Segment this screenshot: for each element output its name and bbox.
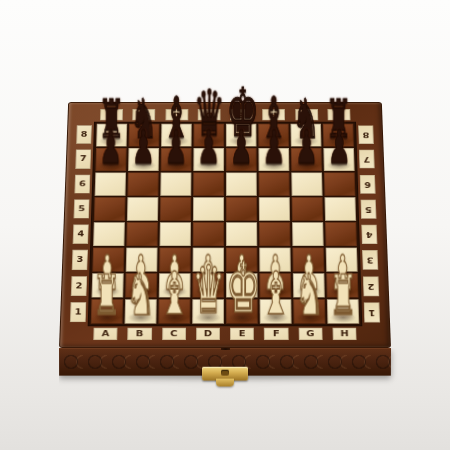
piece-white-king[interactable]: ♚	[226, 253, 258, 323]
coords-bottom: ABCDEFGH	[88, 326, 362, 342]
coord-rank-5: 5	[360, 199, 376, 218]
square-d1[interactable]: ♛	[192, 299, 224, 324]
coord-file-b: B	[127, 328, 151, 340]
piece-black-pawn[interactable]: ♟	[324, 124, 355, 171]
square-e1[interactable]: ♚	[226, 299, 258, 324]
latch-slot	[221, 343, 230, 350]
square-e6[interactable]	[226, 173, 257, 196]
square-b5[interactable]	[127, 197, 158, 221]
coord-rank-7: 7	[75, 150, 91, 169]
coord-file-a: A	[93, 328, 118, 340]
coord-rank-8: 8	[358, 125, 374, 144]
coord-rank-7: 7	[359, 150, 375, 169]
square-g7[interactable]: ♟	[291, 148, 322, 171]
piece-white-bishop[interactable]: ♝	[260, 264, 292, 323]
coord-rank-6: 6	[74, 174, 90, 193]
coord-rank-1: 1	[70, 302, 87, 322]
square-d7[interactable]: ♟	[193, 148, 224, 171]
coord-file-f: F	[264, 328, 288, 340]
square-b6[interactable]	[127, 173, 158, 196]
square-f6[interactable]	[259, 173, 290, 196]
square-e7[interactable]: ♟	[226, 148, 257, 171]
piece-black-pawn[interactable]: ♟	[161, 124, 192, 171]
square-a5[interactable]	[94, 197, 126, 221]
coord-rank-1: 1	[364, 302, 381, 322]
square-f1[interactable]: ♝	[260, 299, 292, 324]
photo-scene: ABCDEFGH ABCDEFGH 87654321 87654321 ♜♞♝♛…	[0, 0, 450, 450]
chess-board: ♜♞♝♛♚♝♞♜♟♟♟♟♟♟♟♟♟♟♟♟♟♟♟♟♜♞♝♛♚♝♞♜	[88, 122, 363, 326]
box-front-edge	[59, 348, 391, 376]
square-g4[interactable]	[292, 222, 324, 246]
square-e4[interactable]	[226, 222, 257, 246]
square-h1[interactable]: ♜	[327, 299, 359, 324]
square-h7[interactable]: ♟	[323, 148, 354, 171]
piece-black-pawn[interactable]: ♟	[291, 124, 322, 171]
square-c1[interactable]: ♝	[158, 299, 190, 324]
square-a1[interactable]: ♜	[91, 299, 123, 324]
square-h5[interactable]	[325, 197, 357, 221]
clasp-tab	[216, 379, 234, 387]
square-f4[interactable]	[259, 222, 290, 246]
square-c4[interactable]	[160, 222, 191, 246]
chess-box: ABCDEFGH ABCDEFGH 87654321 87654321 ♜♞♝♛…	[59, 102, 391, 348]
square-d5[interactable]	[193, 197, 224, 221]
square-c7[interactable]: ♟	[161, 148, 192, 171]
square-e5[interactable]	[226, 197, 257, 221]
piece-black-pawn[interactable]: ♟	[128, 124, 159, 171]
square-a7[interactable]: ♟	[95, 148, 126, 171]
square-b7[interactable]: ♟	[128, 148, 159, 171]
clasp-pin	[221, 370, 229, 376]
coord-file-g: G	[298, 328, 322, 340]
square-a6[interactable]	[95, 173, 126, 196]
square-b4[interactable]	[126, 222, 158, 246]
piece-black-pawn[interactable]: ♟	[226, 124, 257, 171]
coord-rank-3: 3	[362, 250, 378, 270]
square-h4[interactable]	[325, 222, 357, 246]
coord-rank-6: 6	[360, 174, 376, 193]
square-h6[interactable]	[324, 173, 355, 196]
board-top-face: ABCDEFGH ABCDEFGH 87654321 87654321 ♜♞♝♛…	[59, 102, 391, 348]
coord-rank-8: 8	[76, 125, 92, 144]
piece-black-pawn[interactable]: ♟	[95, 124, 126, 171]
coord-rank-2: 2	[71, 276, 87, 296]
perspective-wrapper: ABCDEFGH ABCDEFGH 87654321 87654321 ♜♞♝♛…	[59, 16, 391, 348]
coord-rank-4: 4	[361, 225, 377, 245]
piece-black-pawn[interactable]: ♟	[259, 124, 290, 171]
square-a4[interactable]	[93, 222, 125, 246]
square-g6[interactable]	[291, 173, 322, 196]
square-c6[interactable]	[160, 173, 191, 196]
piece-white-queen[interactable]: ♛	[192, 257, 224, 323]
piece-white-rook[interactable]: ♜	[91, 268, 123, 323]
coord-rank-4: 4	[73, 225, 89, 245]
coord-file-d: D	[196, 328, 220, 340]
coord-file-h: H	[332, 328, 357, 340]
coord-rank-5: 5	[74, 199, 90, 218]
square-g1[interactable]: ♞	[293, 299, 325, 324]
piece-white-knight[interactable]: ♞	[125, 266, 157, 323]
square-b1[interactable]: ♞	[125, 299, 157, 324]
square-f5[interactable]	[259, 197, 290, 221]
coord-file-e: E	[230, 328, 254, 340]
square-g5[interactable]	[292, 197, 323, 221]
coord-file-c: C	[162, 328, 186, 340]
brass-clasp-icon	[202, 367, 248, 381]
piece-black-pawn[interactable]: ♟	[193, 124, 224, 171]
coord-rank-2: 2	[363, 276, 379, 296]
piece-white-rook[interactable]: ♜	[327, 268, 359, 323]
square-f7[interactable]: ♟	[258, 148, 289, 171]
square-d6[interactable]	[193, 173, 224, 196]
square-c5[interactable]	[160, 197, 191, 221]
piece-white-bishop[interactable]: ♝	[158, 264, 190, 323]
coord-rank-3: 3	[72, 250, 88, 270]
square-d4[interactable]	[193, 222, 224, 246]
piece-white-knight[interactable]: ♞	[294, 266, 326, 323]
